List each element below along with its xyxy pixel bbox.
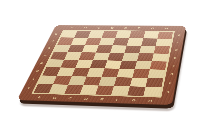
square-h2[interactable] (145, 78, 163, 87)
rank-label: 4 (39, 62, 43, 65)
rank-label: 2 (31, 78, 35, 81)
rank-label: 8 (178, 34, 181, 37)
rank-label: 7 (51, 40, 55, 43)
file-label: D (84, 97, 89, 101)
file-label: A (37, 96, 42, 99)
file-label: F (137, 27, 140, 29)
file-label: E (124, 27, 128, 29)
file-label: H (148, 99, 153, 103)
file-label: A (70, 26, 74, 28)
rank-label: 8 (54, 33, 58, 35)
file-label: B (84, 26, 88, 28)
file-label: C (68, 97, 73, 100)
file-label: F (116, 98, 120, 102)
rank-label: 7 (176, 41, 179, 44)
rank-label: 4 (172, 64, 175, 67)
rank-label: 6 (47, 47, 51, 50)
chess-board: ABCDEFGH ABCDEFGH 87654321 87654321 (17, 25, 186, 105)
rank-label: 3 (170, 73, 173, 76)
file-label: G (131, 98, 136, 102)
board-photo: ABCDEFGH ABCDEFGH 87654321 87654321 (0, 0, 200, 133)
file-label: B (52, 96, 57, 99)
square-h3[interactable] (148, 69, 165, 78)
file-label: C (97, 27, 101, 29)
rank-label: 3 (35, 70, 39, 73)
rank-label: 1 (27, 86, 31, 89)
rank-label: 5 (43, 54, 47, 57)
file-label: D (110, 27, 114, 29)
rank-label: 1 (167, 90, 170, 93)
file-label: E (100, 97, 104, 101)
file-label: H (165, 27, 169, 29)
rank-label: 2 (168, 81, 171, 84)
rank-label: 6 (175, 49, 178, 52)
rank-label: 5 (173, 56, 176, 59)
file-label: G (151, 27, 155, 29)
square-h1[interactable] (143, 87, 161, 97)
